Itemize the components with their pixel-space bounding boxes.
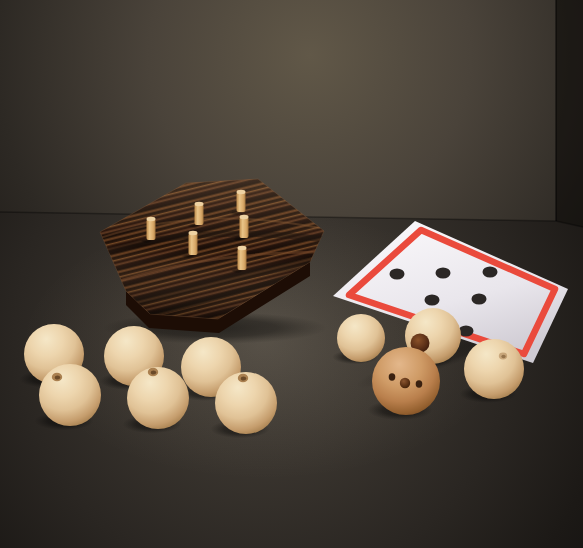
- card-dot: [390, 269, 405, 280]
- bear-eye: [389, 373, 396, 380]
- peg-top: [240, 215, 249, 219]
- game-scene: [0, 0, 583, 548]
- ball-peg-hole-center: [151, 370, 156, 374]
- peg-top: [147, 217, 156, 221]
- scene-photo: [0, 0, 583, 548]
- card-dot: [425, 295, 440, 306]
- card-dot: [483, 267, 498, 278]
- wooden-ball: [337, 314, 385, 362]
- peg-top: [238, 246, 247, 250]
- peg-top: [195, 202, 204, 206]
- peg-body: [238, 248, 247, 270]
- wooden-ball: [127, 367, 189, 429]
- card-dot: [472, 294, 487, 305]
- bear-nose: [400, 378, 410, 388]
- peg-top: [237, 190, 246, 194]
- peg-body: [240, 217, 249, 238]
- peg-body: [195, 204, 204, 225]
- peg-top: [189, 231, 198, 235]
- ball-peg-hole-center: [241, 376, 246, 380]
- bear-eye: [416, 380, 423, 387]
- ball-peg-hole-center: [55, 375, 60, 379]
- wooden-ball: [39, 364, 101, 426]
- ball-peg-hole-center: [501, 355, 505, 358]
- wall-corner-shaded-strip: [556, 0, 583, 230]
- wooden-ball: [464, 339, 524, 399]
- background-wall: [0, 0, 583, 232]
- peg-body: [189, 233, 198, 255]
- peg-body: [147, 219, 156, 240]
- card-dot: [436, 268, 451, 279]
- peg-body: [237, 192, 246, 212]
